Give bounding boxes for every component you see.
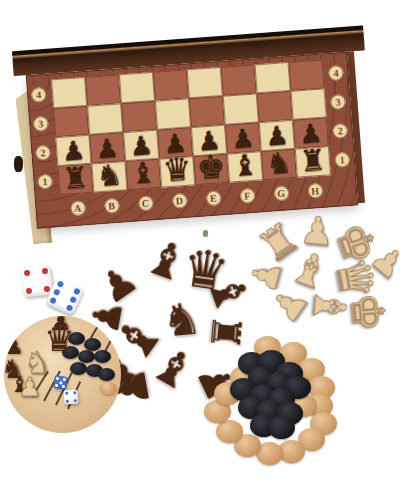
file-label: H	[307, 183, 323, 199]
board-square	[85, 74, 121, 105]
die-pip	[74, 399, 77, 402]
board-square: ♞	[261, 149, 297, 180]
die-pip	[55, 376, 58, 379]
die-pip	[54, 384, 57, 387]
inset-piece-p: ♟	[18, 374, 41, 400]
board-square	[51, 77, 87, 108]
board-square	[189, 96, 225, 127]
board-square	[291, 88, 327, 119]
stray-dark-piece-fragment	[14, 156, 23, 172]
board-square: ♜	[57, 164, 93, 195]
file-label: B	[104, 198, 120, 214]
die-pip	[65, 400, 68, 403]
die-pip	[62, 385, 65, 388]
blue-die-white-pips	[53, 375, 68, 390]
board-square: ♛	[159, 156, 195, 187]
board-face: ♟♟♟♟♟♟♟♟♜♞♝♛♚♝♞♜ 44332211ABCDEFGH	[26, 52, 358, 229]
board-square	[87, 103, 123, 134]
chess-piece-q: ♛	[162, 152, 193, 186]
die-pip	[49, 297, 57, 305]
file-label: D	[171, 193, 187, 209]
rank-label-left: 3	[33, 116, 49, 132]
die-pip	[66, 304, 74, 312]
chess-piece-n: ♞	[95, 160, 123, 191]
board-square: ♞	[91, 161, 127, 192]
board-square	[119, 72, 155, 103]
chess-piece-r: ♜	[299, 146, 327, 177]
board-square	[153, 69, 189, 100]
light-pieces-pile: ♜♟♚♟♝♛♟♝♚♟	[248, 210, 400, 342]
inset-black-checker	[78, 350, 95, 363]
board-square	[257, 91, 293, 122]
die-pip	[44, 286, 51, 293]
inset-black-checker	[98, 368, 115, 381]
file-label: C	[137, 195, 153, 211]
rank-label-left: 4	[31, 87, 47, 103]
rank-label-left: 2	[35, 145, 51, 161]
board-square	[223, 93, 259, 124]
board-square: ♝	[125, 159, 161, 190]
die-pip	[26, 288, 33, 295]
rank-label-right: 2	[332, 123, 348, 139]
board-grid: ♟♟♟♟♟♟♟♟♜♞♝♛♚♝♞♜	[51, 59, 331, 195]
board-square: ♚	[193, 154, 229, 185]
die-pip	[56, 280, 64, 288]
chess-piece-b: ♝	[129, 158, 157, 189]
chess-piece-n: ♞	[265, 148, 293, 179]
rank-label-left: 1	[37, 174, 53, 190]
die-pip	[42, 268, 49, 275]
chess-piece-k: ♚	[195, 150, 226, 184]
chess-piece-r: ♜	[61, 163, 89, 194]
die-pip	[73, 287, 81, 295]
inset-black-checker	[70, 362, 87, 375]
die-pip	[53, 288, 61, 296]
checker-disc-black	[268, 416, 295, 439]
inset-black-checker	[94, 350, 111, 363]
white-die-blue-pips	[64, 390, 79, 405]
board-square: ♝	[227, 151, 263, 182]
file-label: G	[273, 185, 289, 201]
checkers-pile	[196, 336, 338, 448]
backgammon-inset-photo: ♟♛♟♞♝♞♟	[4, 316, 121, 433]
die-pip	[69, 296, 77, 304]
die-pip	[65, 391, 68, 394]
board-square	[121, 101, 157, 132]
rank-label-right: 3	[330, 94, 346, 110]
die-pip	[24, 270, 31, 277]
rank-label-right: 1	[334, 152, 350, 168]
file-label: F	[239, 188, 255, 204]
white-die-red-pips	[21, 265, 54, 298]
board-square	[155, 98, 191, 129]
board-square: ♜	[295, 146, 331, 177]
die-pip	[73, 391, 76, 394]
product-photo: ♟♟♟♟♟♟♟♟♜♞♝♛♚♝♞♜ 44332211ABCDEFGH ♝♟♛♝♟♝…	[0, 0, 400, 488]
inset-tan-checker	[100, 382, 117, 395]
checker-disc-tan	[216, 420, 243, 443]
board-square	[288, 59, 324, 90]
board-square	[255, 62, 291, 93]
rank-label-right: 4	[328, 65, 344, 81]
die-pip	[63, 377, 66, 380]
board-square	[53, 106, 89, 137]
scattered-piece-k: ♚	[344, 290, 391, 333]
board-square	[221, 64, 257, 95]
chess-piece-b: ♝	[231, 151, 259, 182]
file-label: A	[70, 200, 86, 216]
board-square	[187, 67, 223, 98]
file-label: E	[205, 190, 221, 206]
die-pip	[59, 381, 62, 384]
